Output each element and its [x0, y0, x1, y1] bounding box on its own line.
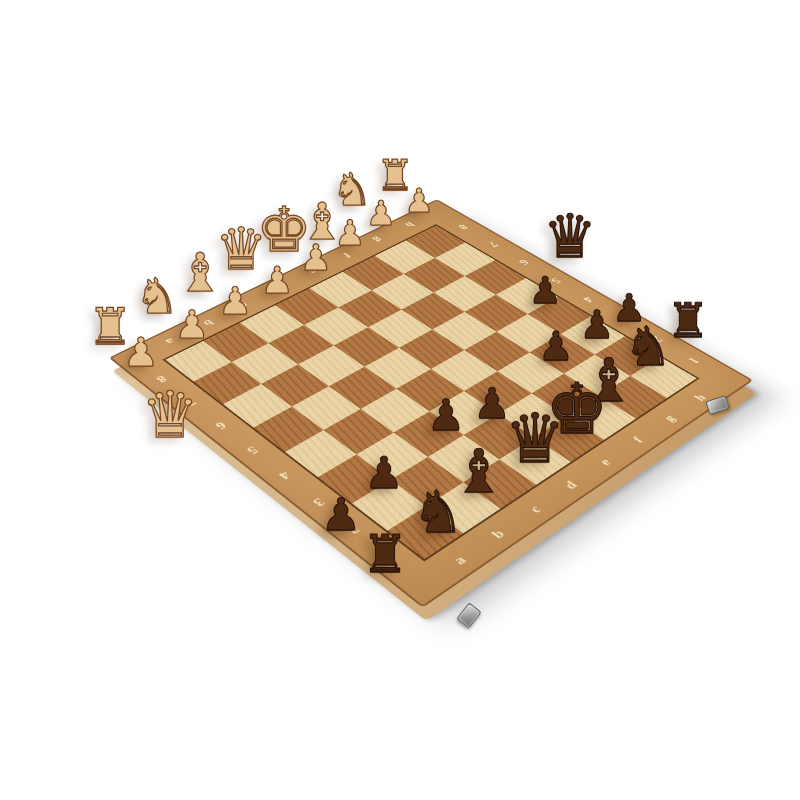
- piece-light-pawn-c7[interactable]: ♟: [218, 282, 252, 320]
- piece-dark-pawn-b2[interactable]: ♟: [364, 451, 403, 495]
- piece-dark-queen-d1[interactable]: ♛: [505, 405, 566, 473]
- piece-dark-knight-b1[interactable]: ♞: [412, 483, 464, 541]
- piece-dark-pawn-c3[interactable]: ♟: [427, 394, 466, 437]
- piece-light-knight-b8[interactable]: ♞: [135, 272, 179, 321]
- piece-dark-pawn-g4[interactable]: ♟: [528, 272, 561, 309]
- piece-light-pawn-d7[interactable]: ♟: [260, 262, 293, 299]
- piece-light-pawn-b7[interactable]: ♟: [175, 305, 210, 344]
- piece-light-bishop-c8[interactable]: ♝: [176, 246, 224, 299]
- piece-light-pawn-e7[interactable]: ♟: [300, 240, 332, 276]
- piece-dark-rook-a1[interactable]: ♜: [362, 528, 409, 580]
- piece-light-pawn-g7[interactable]: ♟: [366, 196, 396, 230]
- piece-dark-rook-h1[interactable]: ♜: [666, 296, 709, 344]
- piece-dark-pawn-f2[interactable]: ♟: [538, 326, 574, 366]
- piece-dark-pawn-g2[interactable]: ♟: [580, 305, 615, 344]
- piece-light-pawn-h7[interactable]: ♟: [404, 184, 434, 217]
- piece-light-pawn-f7[interactable]: ♟: [334, 216, 365, 251]
- piece-light-pawn-a7[interactable]: ♟: [123, 332, 159, 372]
- piece-dark-queen-h4[interactable]: ♛: [543, 206, 597, 266]
- piece-dark-pawn-a2[interactable]: ♟: [321, 492, 361, 537]
- front-corner-latch[interactable]: [456, 602, 482, 628]
- chess-set-photo: abcdefgh abcdefgh 87654321 87654321 ♜♞♝♛…: [0, 0, 800, 800]
- piece-light-queen-rail[interactable]: ♛: [141, 383, 198, 447]
